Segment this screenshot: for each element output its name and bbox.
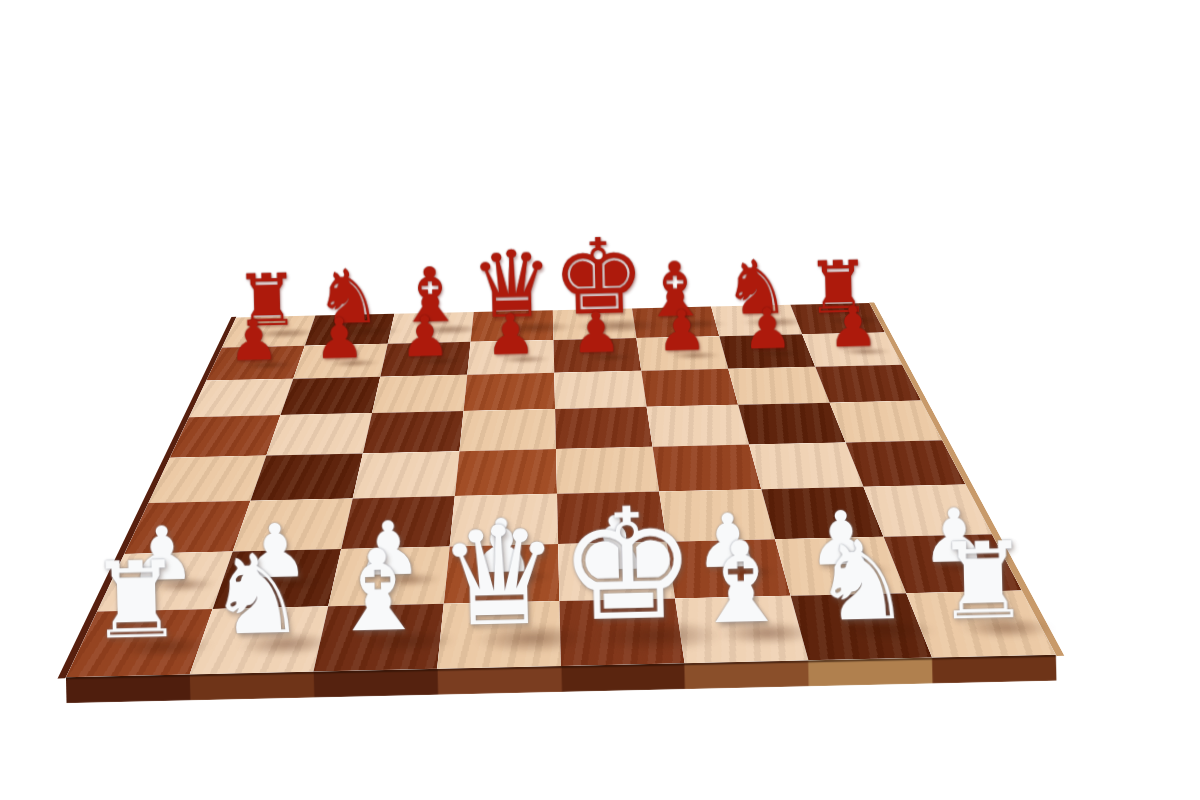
piece-white-rook-a1[interactable]: ♜	[66, 609, 213, 677]
square-f5[interactable]	[647, 405, 749, 447]
white-bishop-icon: ♝	[316, 534, 440, 649]
square-g6[interactable]	[728, 367, 829, 405]
white-knight-icon: ♞	[800, 526, 923, 639]
square-b5[interactable]	[266, 413, 372, 456]
piece-white-bishop-c1[interactable]: ♝	[313, 604, 443, 672]
square-d5[interactable]	[459, 409, 556, 451]
white-knight-icon: ♞	[195, 539, 318, 652]
square-a6[interactable]	[189, 379, 293, 418]
white-rook-icon: ♜	[921, 527, 1044, 635]
red-pawn-icon: ♟	[638, 302, 725, 360]
piece-white-queen-d1[interactable]: ♛	[437, 601, 561, 669]
red-pawn-icon: ♟	[210, 311, 297, 369]
piece-red-pawn-d7[interactable]: ♟	[467, 340, 554, 375]
piece-white-bishop-f1[interactable]: ♝	[675, 596, 808, 663]
piece-white-king-e1[interactable]: ♚	[559, 598, 684, 666]
red-pawn-icon: ♟	[810, 298, 897, 356]
square-g4[interactable]	[749, 442, 863, 489]
square-c5[interactable]	[363, 411, 464, 453]
red-pawn-icon: ♟	[724, 300, 811, 358]
square-f6[interactable]	[641, 369, 738, 407]
white-king-icon: ♚	[557, 487, 681, 644]
square-e6[interactable]	[554, 371, 646, 409]
red-pawn-icon: ♟	[382, 308, 469, 366]
piece-red-pawn-c7[interactable]: ♟	[380, 342, 470, 377]
piece-white-knight-g1[interactable]: ♞	[791, 593, 932, 660]
square-c4[interactable]	[353, 451, 460, 498]
red-pawn-icon: ♟	[553, 304, 640, 362]
white-rook-icon: ♜	[74, 546, 197, 654]
piece-red-pawn-a7[interactable]: ♟	[206, 346, 305, 381]
chess-board: ♜♞♝♛♚♝♞♜♟♟♟♟♟♟♟♟♟♟♟♟♟♟♟♟♜♞♝♛♚♝♞♜	[66, 303, 1056, 677]
square-d4[interactable]	[455, 449, 557, 496]
square-e5[interactable]	[555, 407, 652, 449]
board-perspective-wrapper: ♜♞♝♛♚♝♞♜♟♟♟♟♟♟♟♟♟♟♟♟♟♟♟♟♜♞♝♛♚♝♞♜	[161, 54, 951, 800]
white-queen-icon: ♛	[436, 507, 560, 646]
red-pawn-icon: ♟	[296, 310, 383, 368]
piece-red-pawn-e7[interactable]: ♟	[554, 338, 642, 373]
piece-red-pawn-f7[interactable]: ♟	[636, 336, 728, 371]
piece-red-pawn-g7[interactable]: ♟	[719, 334, 815, 368]
red-pawn-icon: ♟	[467, 306, 554, 364]
piece-white-knight-b1[interactable]: ♞	[190, 606, 329, 674]
square-c6[interactable]	[372, 375, 467, 413]
white-bishop-icon: ♝	[679, 526, 803, 641]
square-d6[interactable]	[464, 373, 556, 411]
piece-red-pawn-h7[interactable]: ♟	[802, 332, 902, 366]
photo-canvas: ♜♞♝♛♚♝♞♜♟♟♟♟♟♟♟♟♟♟♟♟♟♟♟♟♜♞♝♛♚♝♞♜	[0, 0, 1200, 800]
square-b4[interactable]	[251, 453, 363, 500]
piece-red-pawn-b7[interactable]: ♟	[293, 344, 387, 379]
square-g5[interactable]	[738, 403, 846, 445]
piece-white-rook-h1[interactable]: ♜	[906, 591, 1056, 658]
square-b6[interactable]	[281, 377, 381, 415]
